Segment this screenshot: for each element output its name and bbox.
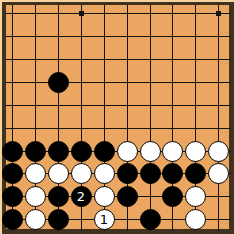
black-stone	[162, 163, 183, 184]
white-stone	[94, 186, 115, 207]
white-stone	[185, 186, 206, 207]
black-stone	[185, 163, 206, 184]
go-board: 21	[0, 0, 234, 234]
go-diagram-image: 21	[0, 0, 234, 234]
grid-vline-10	[218, 5, 219, 231]
black-stone	[2, 186, 23, 207]
white-stone	[162, 141, 183, 162]
grid-hline-3	[5, 59, 231, 60]
black-stone	[48, 72, 69, 93]
white-stone	[208, 163, 229, 184]
black-stone	[2, 209, 23, 230]
black-stone	[140, 163, 161, 184]
black-stone	[48, 186, 69, 207]
grid-hline-1	[5, 13, 231, 14]
white-stone	[48, 163, 69, 184]
white-stone	[208, 141, 229, 162]
black-stone	[117, 186, 138, 207]
black-stone	[25, 141, 46, 162]
white-stone	[185, 209, 206, 230]
white-stone	[94, 163, 115, 184]
white-stone-move-1: 1	[94, 209, 115, 230]
black-stone-move-2: 2	[71, 186, 92, 207]
white-stone	[185, 141, 206, 162]
black-stone	[162, 186, 183, 207]
white-stone	[71, 163, 92, 184]
black-stone	[117, 163, 138, 184]
grid-hline-5	[5, 105, 231, 106]
black-stone	[140, 209, 161, 230]
hoshi-star-point	[79, 11, 84, 16]
black-stone	[48, 209, 69, 230]
grid-hline-4	[5, 82, 231, 83]
grid-hline-2	[5, 36, 231, 37]
black-stone	[2, 163, 23, 184]
grid-hline-6	[5, 128, 231, 129]
black-stone	[48, 141, 69, 162]
white-stone	[25, 209, 46, 230]
white-stone	[25, 163, 46, 184]
white-stone	[117, 141, 138, 162]
black-stone	[2, 141, 23, 162]
white-stone	[140, 141, 161, 162]
black-stone	[94, 141, 115, 162]
hoshi-star-point	[216, 11, 221, 16]
grid-vline-7	[150, 5, 151, 231]
white-stone	[25, 186, 46, 207]
black-stone	[71, 141, 92, 162]
